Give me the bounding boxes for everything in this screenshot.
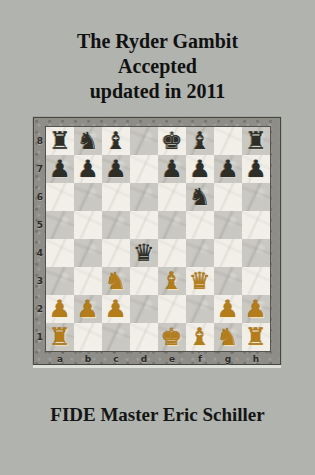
chess-board: 87654321 ♜♞♝♚♝♜♟♟♟♟♟♟♟♞♛♞♝♛♟♟♟♟♟♜♚♝♞♜ ab…: [33, 117, 281, 365]
square-h5: [242, 211, 270, 239]
white-queen-f3: ♛: [189, 267, 211, 295]
book-title: The Ryder Gambit Accepted updated in 201…: [0, 29, 315, 104]
square-b4: [74, 239, 102, 267]
book-cover: { "game": "chess", "position": { "fen": …: [0, 0, 315, 475]
title-line-3: updated in 2011: [0, 79, 315, 104]
square-d7: [130, 155, 158, 183]
black-king-e8: ♚: [161, 127, 183, 155]
square-f2: [186, 295, 214, 323]
white-pawn-h2: ♟: [245, 295, 267, 323]
square-h1: ♜: [242, 323, 270, 351]
square-b7: ♟: [74, 155, 102, 183]
square-d3: [130, 267, 158, 295]
square-a4: [46, 239, 74, 267]
rank-label-5: 5: [34, 211, 46, 239]
white-king-e1: ♚: [161, 323, 183, 351]
rank-label-6: 6: [34, 183, 46, 211]
square-g5: [214, 211, 242, 239]
square-c1: [102, 323, 130, 351]
file-label-e: e: [158, 354, 186, 364]
square-b2: ♟: [74, 295, 102, 323]
square-b8: ♞: [74, 127, 102, 155]
square-b3: [74, 267, 102, 295]
square-a5: [46, 211, 74, 239]
file-labels: abcdefgh: [46, 351, 270, 366]
square-h6: [242, 183, 270, 211]
square-f4: [186, 239, 214, 267]
square-d8: [130, 127, 158, 155]
square-e8: ♚: [158, 127, 186, 155]
white-knight-c3: ♞: [105, 267, 127, 295]
title-line-2: Accepted: [0, 54, 315, 79]
square-f1: ♝: [186, 323, 214, 351]
black-queen-d4: ♛: [133, 239, 155, 267]
black-knight-f6: ♞: [189, 183, 211, 211]
board-squares: ♜♞♝♚♝♜♟♟♟♟♟♟♟♞♛♞♝♛♟♟♟♟♟♜♚♝♞♜: [46, 127, 270, 351]
square-d5: [130, 211, 158, 239]
square-c5: [102, 211, 130, 239]
square-g6: [214, 183, 242, 211]
square-e6: [158, 183, 186, 211]
square-h7: ♟: [242, 155, 270, 183]
square-b5: [74, 211, 102, 239]
square-f5: [186, 211, 214, 239]
square-a2: ♟: [46, 295, 74, 323]
black-rook-a8: ♜: [49, 127, 71, 155]
square-d6: [130, 183, 158, 211]
square-e2: [158, 295, 186, 323]
square-h3: [242, 267, 270, 295]
square-c3: ♞: [102, 267, 130, 295]
white-pawn-c2: ♟: [105, 295, 127, 323]
square-h4: [242, 239, 270, 267]
black-pawn-h7: ♟: [245, 155, 267, 183]
rank-label-3: 3: [34, 267, 46, 295]
white-pawn-g2: ♟: [217, 295, 239, 323]
file-label-c: c: [102, 354, 130, 364]
square-e4: [158, 239, 186, 267]
file-label-h: h: [242, 354, 270, 364]
black-pawn-e7: ♟: [161, 155, 183, 183]
black-pawn-b7: ♟: [77, 155, 99, 183]
white-bishop-e3: ♝: [161, 267, 183, 295]
square-b1: [74, 323, 102, 351]
square-e1: ♚: [158, 323, 186, 351]
file-label-a: a: [46, 354, 74, 364]
square-f3: ♛: [186, 267, 214, 295]
rank-label-4: 4: [34, 239, 46, 267]
rank-labels: 87654321: [34, 127, 46, 351]
white-knight-g1: ♞: [217, 323, 239, 351]
white-pawn-b2: ♟: [77, 295, 99, 323]
square-g2: ♟: [214, 295, 242, 323]
white-rook-h1: ♜: [245, 323, 267, 351]
rank-label-1: 1: [34, 323, 46, 351]
square-c6: [102, 183, 130, 211]
rank-label-8: 8: [34, 127, 46, 155]
square-h2: ♟: [242, 295, 270, 323]
black-pawn-c7: ♟: [105, 155, 127, 183]
square-a7: ♟: [46, 155, 74, 183]
black-pawn-g7: ♟: [217, 155, 239, 183]
square-a1: ♜: [46, 323, 74, 351]
square-d2: [130, 295, 158, 323]
black-pawn-a7: ♟: [49, 155, 71, 183]
square-g4: [214, 239, 242, 267]
square-g1: ♞: [214, 323, 242, 351]
square-e3: ♝: [158, 267, 186, 295]
square-a3: [46, 267, 74, 295]
rank-label-7: 7: [34, 155, 46, 183]
black-bishop-f8: ♝: [189, 127, 211, 155]
square-f7: ♟: [186, 155, 214, 183]
black-pawn-f7: ♟: [189, 155, 211, 183]
file-label-g: g: [214, 354, 242, 364]
file-label-d: d: [130, 354, 158, 364]
square-a6: [46, 183, 74, 211]
title-line-1: The Ryder Gambit: [0, 29, 315, 54]
black-knight-b8: ♞: [77, 127, 99, 155]
square-c8: ♝: [102, 127, 130, 155]
square-d1: [130, 323, 158, 351]
square-c4: [102, 239, 130, 267]
black-bishop-c8: ♝: [105, 127, 127, 155]
black-rook-h8: ♜: [245, 127, 267, 155]
square-d4: ♛: [130, 239, 158, 267]
square-h8: ♜: [242, 127, 270, 155]
square-f6: ♞: [186, 183, 214, 211]
square-c7: ♟: [102, 155, 130, 183]
square-f8: ♝: [186, 127, 214, 155]
square-a8: ♜: [46, 127, 74, 155]
square-e7: ♟: [158, 155, 186, 183]
author-name: FIDE Master Eric Schiller: [0, 404, 315, 426]
file-label-f: f: [186, 354, 214, 364]
white-pawn-a2: ♟: [49, 295, 71, 323]
file-label-b: b: [74, 354, 102, 364]
square-g8: [214, 127, 242, 155]
white-bishop-f1: ♝: [189, 323, 211, 351]
rank-label-2: 2: [34, 295, 46, 323]
square-c2: ♟: [102, 295, 130, 323]
white-rook-a1: ♜: [49, 323, 71, 351]
square-g7: ♟: [214, 155, 242, 183]
square-g3: [214, 267, 242, 295]
square-b6: [74, 183, 102, 211]
square-e5: [158, 211, 186, 239]
